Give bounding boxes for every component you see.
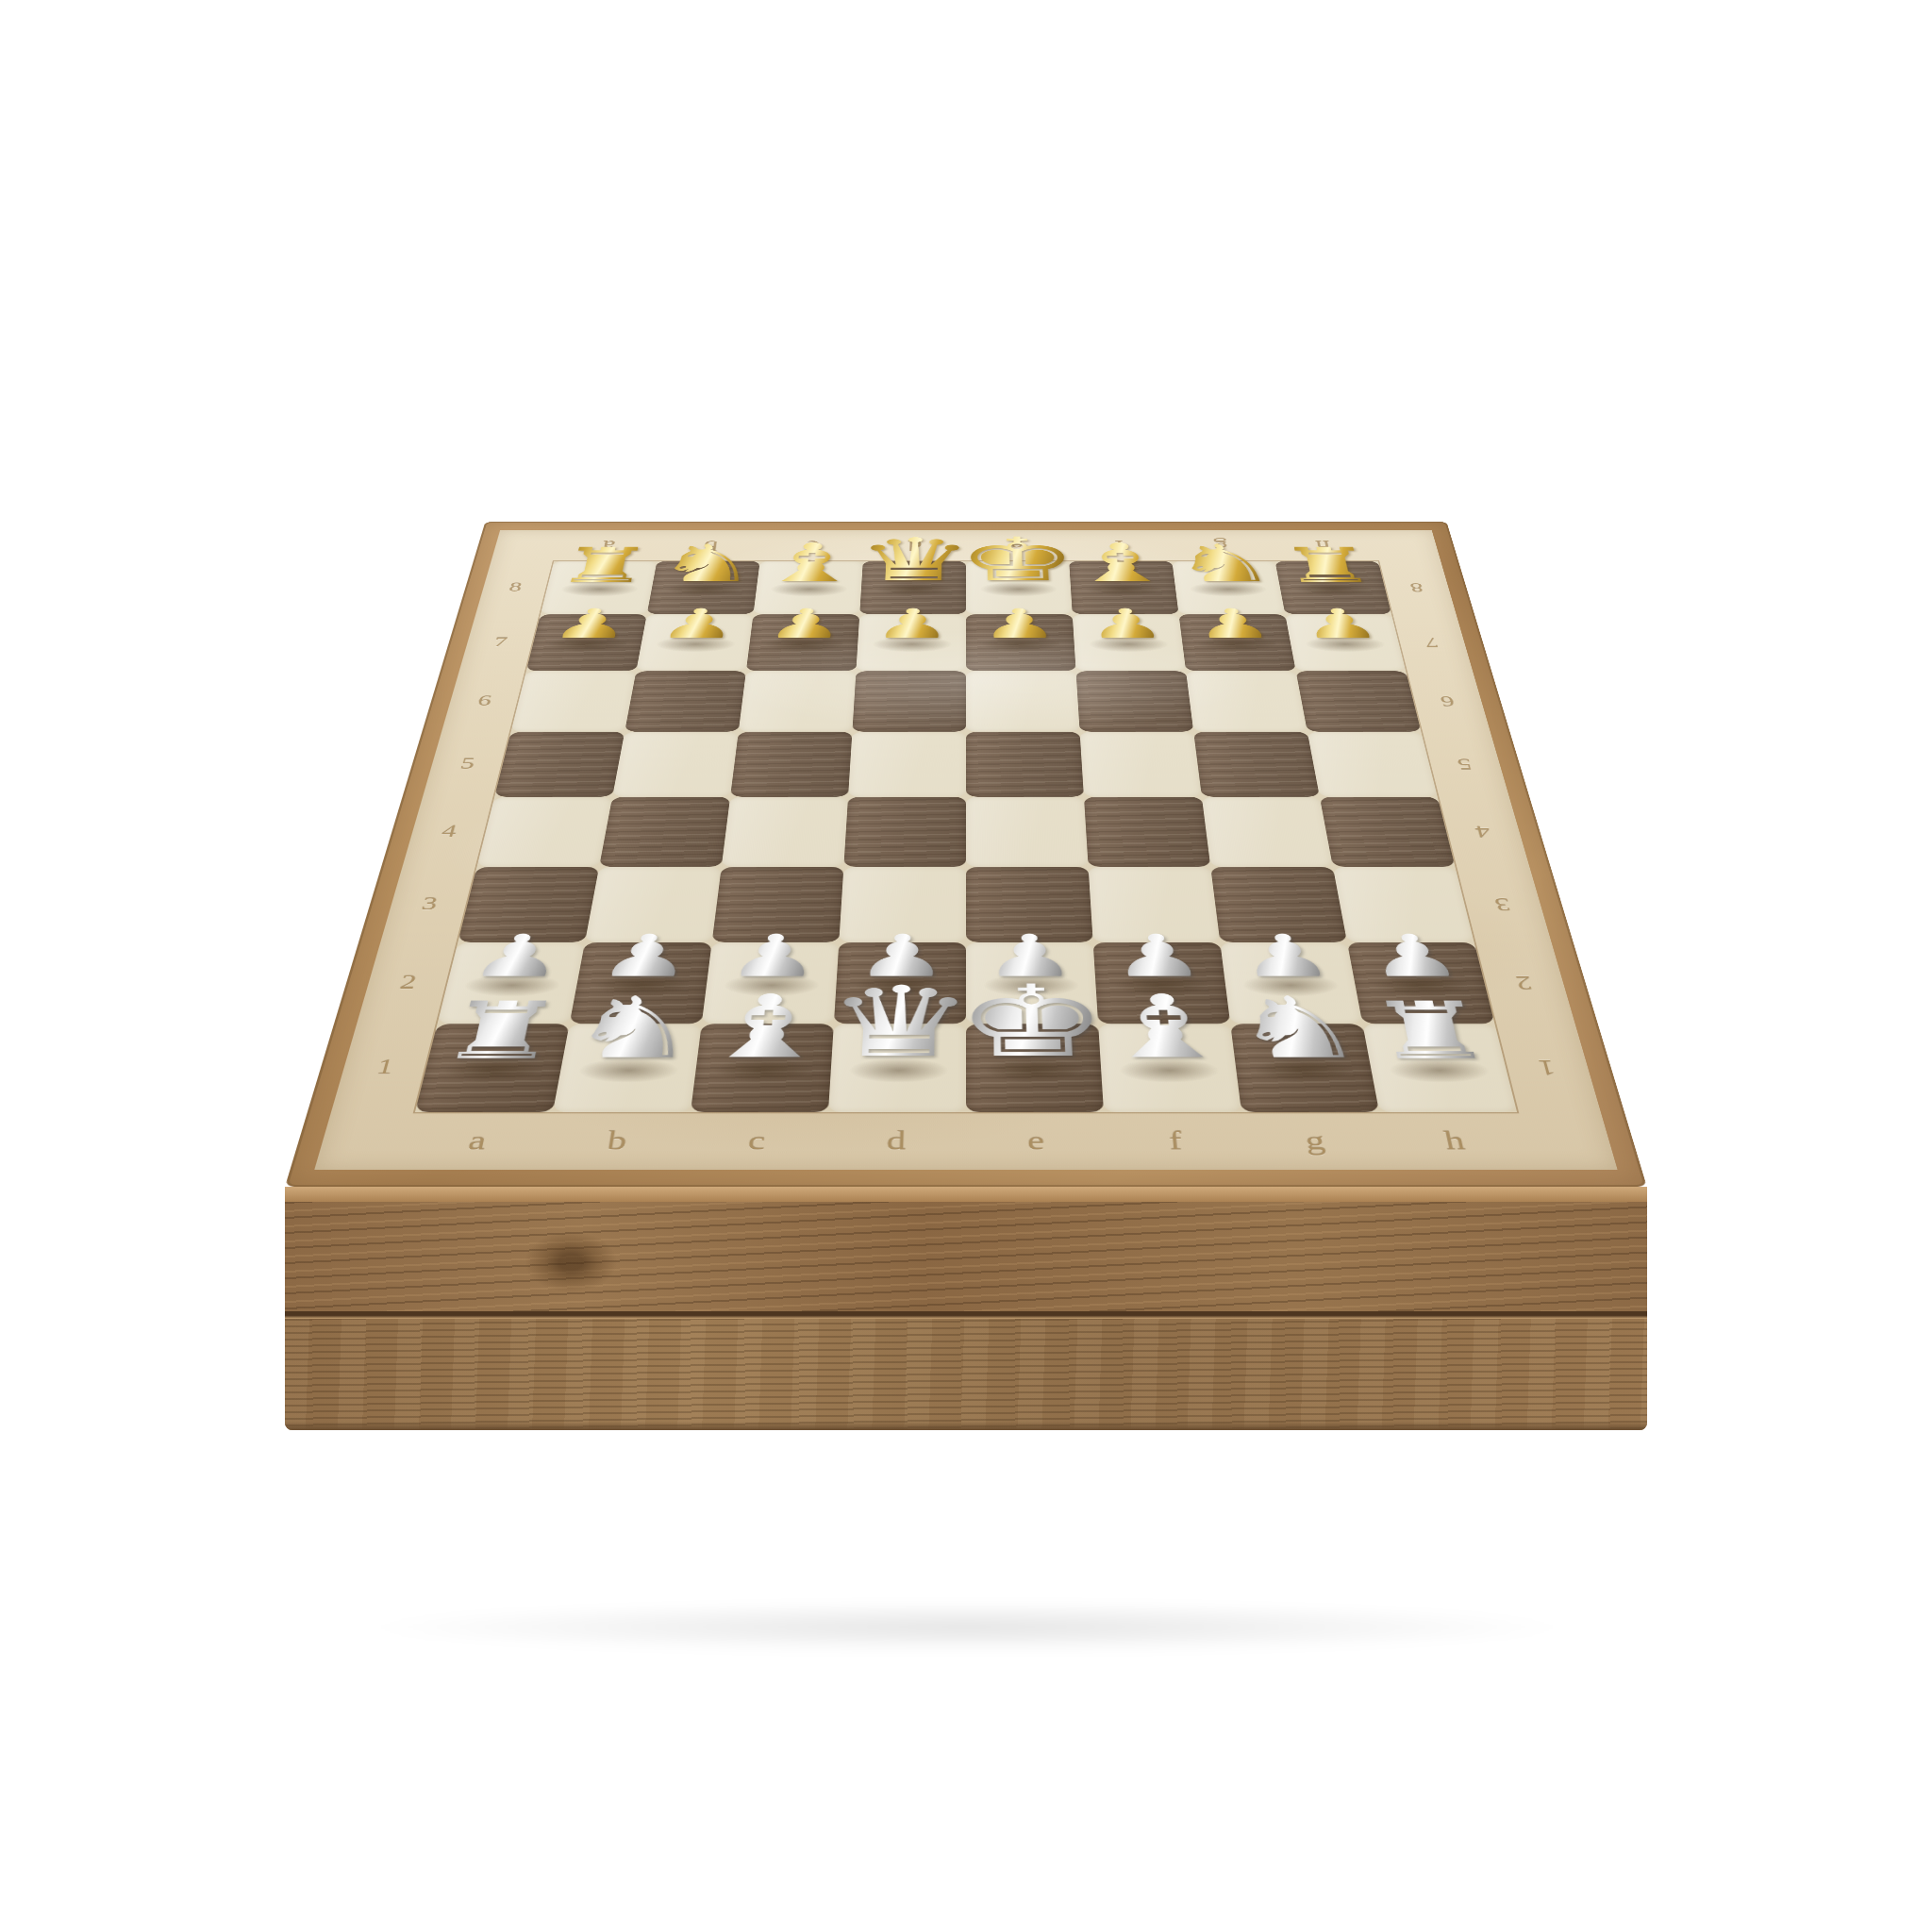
file-label-front-e: e xyxy=(966,1112,1108,1170)
pawn-glyph: ♟ xyxy=(873,605,952,642)
file-label-front-a: a xyxy=(400,1112,552,1170)
piece-gold-pawn-b7[interactable]: ♟ xyxy=(657,563,745,642)
square-h5[interactable] xyxy=(1307,732,1438,797)
square-g5[interactable] xyxy=(1193,732,1320,797)
photo-background: abcdefgh abcdefgh 12345678 12345678 ♜♞♝♛… xyxy=(0,0,1932,1932)
square-c5[interactable] xyxy=(730,732,852,797)
square-e4[interactable] xyxy=(966,797,1089,867)
square-e5[interactable] xyxy=(966,732,1084,797)
square-b5[interactable] xyxy=(612,732,739,797)
knight-glyph: ♞ xyxy=(562,989,706,1067)
square-b4[interactable] xyxy=(599,797,730,867)
piece-silver-bishop-c1[interactable]: ♝ xyxy=(715,945,821,1067)
file-label-front-f: f xyxy=(1104,1112,1249,1170)
piece-silver-king-e1[interactable]: ♚ xyxy=(984,945,1082,1067)
piece-gold-pawn-f7[interactable]: ♟ xyxy=(1084,563,1168,642)
square-d6[interactable] xyxy=(852,671,966,731)
square-h4[interactable] xyxy=(1320,797,1456,867)
square-f6[interactable] xyxy=(1076,671,1194,731)
file-label-front-h: h xyxy=(1379,1112,1531,1170)
queen-glyph: ♛ xyxy=(822,977,976,1067)
square-a4[interactable] xyxy=(476,797,612,867)
pawn-glyph: ♟ xyxy=(1086,605,1167,642)
file-label-front-d: d xyxy=(824,1112,966,1170)
bishop-glyph: ♝ xyxy=(695,987,838,1067)
box-front-bevel xyxy=(285,1187,1647,1202)
file-label-front-c: c xyxy=(683,1112,828,1170)
piece-silver-queen-d1[interactable]: ♛ xyxy=(850,945,948,1067)
square-h6[interactable] xyxy=(1296,671,1422,731)
file-label-front-g: g xyxy=(1241,1112,1391,1170)
square-c4[interactable] xyxy=(722,797,848,867)
square-e6[interactable] xyxy=(966,671,1080,731)
box-lid xyxy=(285,1202,1647,1311)
knight-glyph: ♞ xyxy=(1226,989,1370,1067)
pawn-glyph: ♟ xyxy=(657,605,741,642)
piece-gold-pawn-c7[interactable]: ♟ xyxy=(765,563,849,642)
box-front xyxy=(285,1187,1647,1430)
square-g6[interactable] xyxy=(1186,671,1307,731)
piece-gold-pawn-g7[interactable]: ♟ xyxy=(1187,563,1275,642)
square-b6[interactable] xyxy=(625,671,746,731)
box-bottom-edge xyxy=(285,1422,1647,1430)
rook-glyph: ♜ xyxy=(432,994,570,1067)
square-d5[interactable] xyxy=(848,732,966,797)
piece-silver-bishop-f1[interactable]: ♝ xyxy=(1111,945,1217,1067)
square-d4[interactable] xyxy=(843,797,966,867)
square-f4[interactable] xyxy=(1084,797,1210,867)
square-a6[interactable] xyxy=(511,671,637,731)
pawn-glyph: ♟ xyxy=(764,605,845,642)
piece-gold-pawn-e7[interactable]: ♟ xyxy=(980,563,1058,642)
chess-board: abcdefgh abcdefgh 12345678 12345678 ♜♞♝♛… xyxy=(285,522,1647,1187)
pawn-glyph: ♟ xyxy=(980,605,1059,642)
pawn-glyph: ♟ xyxy=(1192,605,1276,642)
square-f5[interactable] xyxy=(1080,732,1202,797)
square-g4[interactable] xyxy=(1202,797,1333,867)
king-glyph: ♚ xyxy=(955,976,1111,1068)
square-c6[interactable] xyxy=(739,671,857,731)
bishop-glyph: ♝ xyxy=(1094,987,1237,1067)
pawn-glyph: ♟ xyxy=(1298,605,1384,642)
square-a5[interactable] xyxy=(494,732,625,797)
box-lid-seam xyxy=(285,1311,1647,1319)
box-base xyxy=(285,1319,1647,1430)
piece-gold-pawn-d7[interactable]: ♟ xyxy=(873,563,951,642)
ground-shadow xyxy=(358,1602,1575,1653)
file-label-front-b: b xyxy=(541,1112,691,1170)
rook-glyph: ♜ xyxy=(1362,994,1500,1067)
pawn-glyph: ♟ xyxy=(548,605,634,642)
